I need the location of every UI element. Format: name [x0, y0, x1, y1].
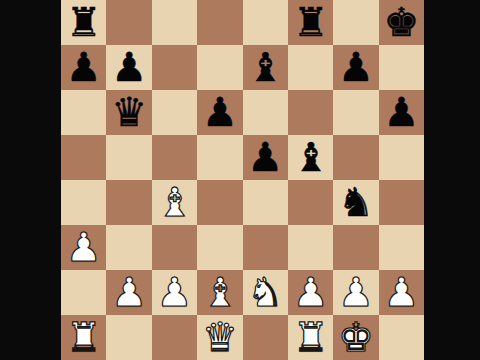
white-pawn-icon: ♟: [66, 227, 102, 267]
black-pawn-icon: ♟: [338, 47, 374, 87]
square-e7: ♝: [243, 45, 288, 90]
square-h6: ♟: [379, 90, 424, 135]
black-pawn-icon: ♟: [383, 92, 419, 132]
black-rook-icon: ♜: [293, 2, 329, 42]
white-queen-icon: ♛: [202, 317, 238, 357]
square-c5: [152, 135, 197, 180]
square-h3: [379, 225, 424, 270]
square-f2: ♟: [288, 270, 333, 315]
white-pawn-icon: ♟: [111, 272, 147, 312]
square-g5: [333, 135, 378, 180]
square-f6: [288, 90, 333, 135]
white-pawn-icon: ♟: [338, 272, 374, 312]
square-e5: ♟: [243, 135, 288, 180]
square-e4: [243, 180, 288, 225]
square-h8: ♚: [379, 0, 424, 45]
square-f4: [288, 180, 333, 225]
square-a5: [61, 135, 106, 180]
square-b7: ♟: [106, 45, 151, 90]
square-c3: [152, 225, 197, 270]
square-c1: [152, 315, 197, 360]
square-c7: [152, 45, 197, 90]
white-pawn-icon: ♟: [383, 272, 419, 312]
square-b2: ♟: [106, 270, 151, 315]
square-d2: ♝: [197, 270, 242, 315]
square-c8: [152, 0, 197, 45]
square-g4: ♞: [333, 180, 378, 225]
square-g7: ♟: [333, 45, 378, 90]
square-a8: ♜: [61, 0, 106, 45]
white-pawn-icon: ♟: [157, 272, 193, 312]
square-f1: ♜: [288, 315, 333, 360]
square-b4: [106, 180, 151, 225]
black-knight-icon: ♞: [338, 182, 374, 222]
square-f5: ♝: [288, 135, 333, 180]
square-d5: [197, 135, 242, 180]
square-f7: [288, 45, 333, 90]
square-g1: ♚: [333, 315, 378, 360]
video-frame[interactable]: ♜♜♚♟♟♝♟♛♟♟♟♝♝♞♟♟♟♝♞♟♟♟♜♛♜♚: [0, 0, 480, 360]
square-d4: [197, 180, 242, 225]
square-g3: [333, 225, 378, 270]
white-bishop-icon: ♝: [202, 272, 238, 312]
square-a2: [61, 270, 106, 315]
square-e6: [243, 90, 288, 135]
square-e3: [243, 225, 288, 270]
square-h2: ♟: [379, 270, 424, 315]
square-b8: [106, 0, 151, 45]
square-d7: [197, 45, 242, 90]
black-king-icon: ♚: [383, 2, 419, 42]
square-h5: [379, 135, 424, 180]
square-g8: [333, 0, 378, 45]
square-a1: ♜: [61, 315, 106, 360]
black-pawn-icon: ♟: [66, 47, 102, 87]
white-king-icon: ♚: [338, 317, 374, 357]
square-a4: [61, 180, 106, 225]
square-e8: [243, 0, 288, 45]
square-g6: [333, 90, 378, 135]
white-bishop-icon: ♝: [157, 182, 193, 222]
square-a7: ♟: [61, 45, 106, 90]
square-d1: ♛: [197, 315, 242, 360]
black-bishop-icon: ♝: [293, 137, 329, 177]
white-knight-icon: ♞: [247, 272, 283, 312]
square-h1: [379, 315, 424, 360]
square-f3: [288, 225, 333, 270]
square-h4: [379, 180, 424, 225]
square-a3: ♟: [61, 225, 106, 270]
square-e2: ♞: [243, 270, 288, 315]
black-pawn-icon: ♟: [111, 47, 147, 87]
square-b6: ♛: [106, 90, 151, 135]
black-queen-icon: ♛: [111, 92, 147, 132]
square-g2: ♟: [333, 270, 378, 315]
white-rook-icon: ♜: [293, 317, 329, 357]
square-b1: [106, 315, 151, 360]
square-f8: ♜: [288, 0, 333, 45]
square-d8: [197, 0, 242, 45]
square-a6: [61, 90, 106, 135]
square-h7: [379, 45, 424, 90]
chess-board: ♜♜♚♟♟♝♟♛♟♟♟♝♝♞♟♟♟♝♞♟♟♟♜♛♜♚: [61, 0, 424, 360]
white-rook-icon: ♜: [66, 317, 102, 357]
black-pawn-icon: ♟: [202, 92, 238, 132]
white-pawn-icon: ♟: [293, 272, 329, 312]
black-bishop-icon: ♝: [247, 47, 283, 87]
square-e1: [243, 315, 288, 360]
square-c2: ♟: [152, 270, 197, 315]
square-c4: ♝: [152, 180, 197, 225]
square-d6: ♟: [197, 90, 242, 135]
square-b5: [106, 135, 151, 180]
square-c6: [152, 90, 197, 135]
black-pawn-icon: ♟: [247, 137, 283, 177]
square-b3: [106, 225, 151, 270]
square-d3: [197, 225, 242, 270]
black-rook-icon: ♜: [66, 2, 102, 42]
